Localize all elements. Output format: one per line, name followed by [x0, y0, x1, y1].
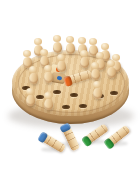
standing-peg[interactable]: [44, 99, 53, 110]
peg-cap-green: [102, 137, 114, 149]
standing-peg[interactable]: [53, 42, 62, 53]
standing-peg[interactable]: [44, 72, 53, 83]
standing-peg[interactable]: [66, 43, 75, 54]
product-photo-memory-chess: [0, 0, 140, 187]
standing-peg[interactable]: [29, 73, 38, 84]
standing-peg[interactable]: [26, 95, 35, 106]
standing-peg[interactable]: [80, 57, 89, 68]
die-front-pip-blue: [56, 75, 62, 80]
standing-peg[interactable]: [107, 67, 116, 78]
peg-cap-green: [80, 134, 91, 146]
standing-peg[interactable]: [91, 69, 100, 80]
standing-peg[interactable]: [57, 61, 66, 72]
peg-cap-blue: [37, 130, 48, 142]
standing-peg[interactable]: [93, 88, 102, 99]
